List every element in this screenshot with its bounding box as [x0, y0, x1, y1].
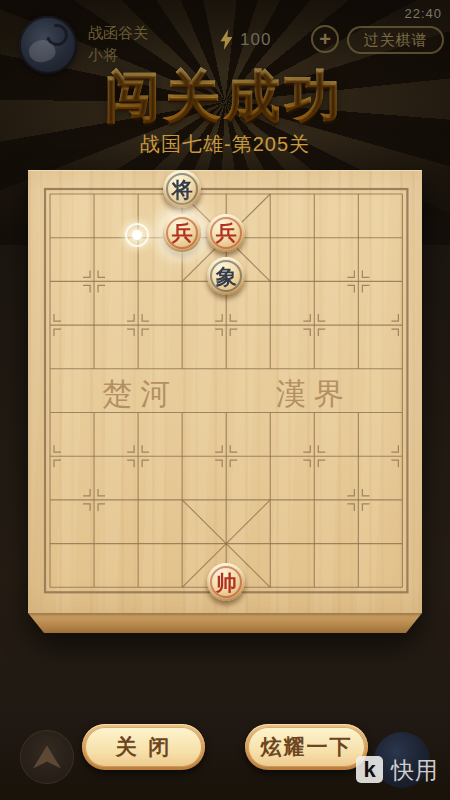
board-bevel-edge [28, 613, 422, 633]
red-soldier-piece[interactable]: 兵 [207, 214, 245, 252]
river-label-left: 楚河 [102, 376, 178, 411]
piece-character: 兵 [216, 222, 237, 243]
victory-screen: 22:40 战函谷关 小将 100 + 过关棋谱 闯关成功 战国七雄-第205关… [0, 0, 450, 800]
level-subtitle: 战国七雄-第205关 [0, 131, 450, 158]
show-off-button-label: 炫耀一下 [248, 727, 365, 767]
piece-character: 帅 [216, 572, 237, 593]
level-name-label: 战函谷关 [88, 24, 148, 43]
watermark-brand: 快用 [391, 755, 439, 786]
victory-title: 闯关成功 [0, 60, 450, 134]
piece-character: 将 [172, 179, 193, 200]
show-off-button[interactable]: 炫耀一下 [245, 724, 368, 770]
watermark-logo-icon: k [356, 756, 383, 783]
plus-icon: + [319, 28, 331, 51]
piece-character: 象 [216, 266, 237, 287]
red-soldier-piece[interactable]: 兵 [163, 214, 201, 252]
floating-up-button[interactable] [20, 730, 74, 784]
chevron-up-icon [33, 746, 61, 769]
piece-character: 兵 [172, 222, 193, 243]
clock-time: 22:40 [404, 6, 442, 21]
board-surface[interactable]: 楚河 漢界 将兵兵象帅 [28, 170, 422, 613]
record-button[interactable]: 过关棋谱 [347, 26, 444, 54]
black-general-piece[interactable]: 将 [163, 170, 201, 208]
close-button[interactable]: 关 闭 [82, 724, 205, 770]
river-label-right: 漢界 [276, 376, 352, 411]
xiangqi-board[interactable]: 楚河 漢界 将兵兵象帅 [28, 170, 422, 633]
add-energy-button[interactable]: + [311, 25, 339, 53]
energy-value: 100 [240, 30, 271, 50]
close-button-label: 关 闭 [85, 727, 202, 767]
